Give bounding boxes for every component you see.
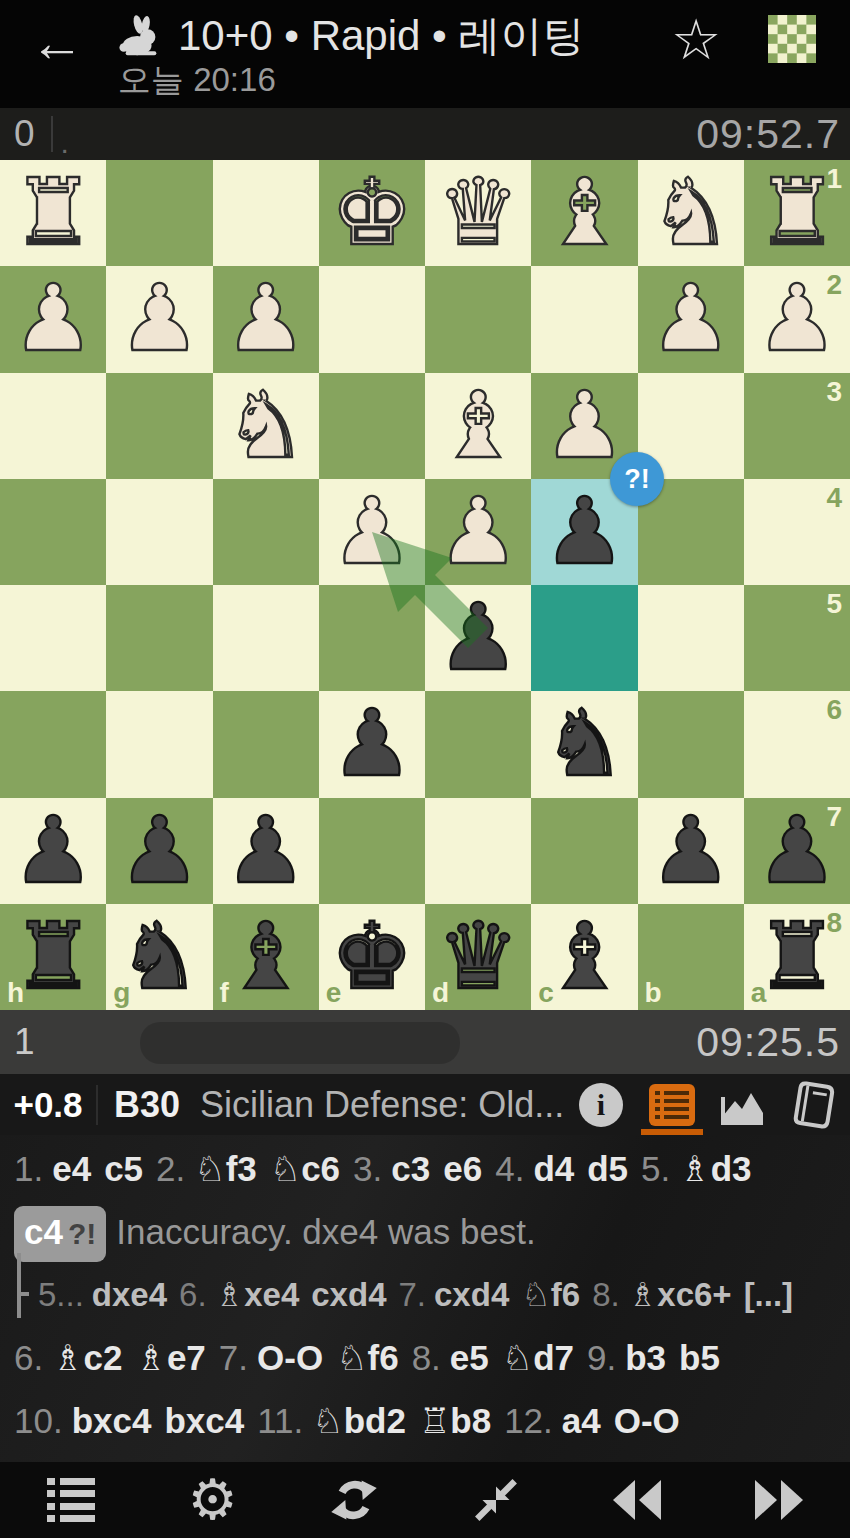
square-e1[interactable]: ♚ bbox=[319, 160, 425, 266]
fast-backward-icon[interactable] bbox=[602, 1470, 672, 1530]
square-g3[interactable] bbox=[106, 373, 212, 479]
move-number: 4. bbox=[495, 1149, 524, 1188]
move-token[interactable]: ♗xc6+ bbox=[628, 1276, 732, 1313]
move-token[interactable]: cxd4 bbox=[311, 1276, 386, 1313]
square-c2[interactable] bbox=[531, 266, 637, 372]
cycle-variations-icon[interactable] bbox=[319, 1470, 389, 1530]
book-icon bbox=[791, 1081, 837, 1129]
move-number: 1. bbox=[14, 1149, 43, 1188]
square-h5[interactable] bbox=[0, 585, 106, 691]
square-d1[interactable]: ♛ bbox=[425, 160, 531, 266]
square-f5[interactable] bbox=[213, 585, 319, 691]
file-label-e: e bbox=[326, 977, 342, 1009]
bottom-player-name: 1 bbox=[0, 1021, 35, 1063]
eval-chart-tab[interactable] bbox=[719, 1074, 767, 1135]
square-e2[interactable] bbox=[319, 266, 425, 372]
fast-forward-icon[interactable] bbox=[744, 1470, 814, 1530]
move-number: 6. bbox=[179, 1276, 207, 1313]
move-number: 7. bbox=[219, 1338, 248, 1377]
piece-black-pawn-h7[interactable]: ♟ bbox=[0, 798, 106, 904]
move-number: 3. bbox=[353, 1149, 382, 1188]
square-g5[interactable] bbox=[106, 585, 212, 691]
square-d8[interactable]: ♛d bbox=[425, 904, 531, 1010]
square-a7[interactable]: ♟7 bbox=[744, 798, 850, 904]
variation-line: 5...dxe46.♗xe4cxd47.cxd4♘f68.♗xc6+[...] bbox=[14, 1263, 840, 1326]
file-label-b: b bbox=[645, 977, 662, 1009]
rank-label-5: 5 bbox=[826, 588, 842, 620]
square-g8[interactable]: ♞g bbox=[106, 904, 212, 1010]
move-line: 10.bxc4bxc411.♘bd2♖b812.a4O-O bbox=[14, 1389, 840, 1452]
file-label-f: f bbox=[220, 977, 229, 1009]
file-label-d: d bbox=[432, 977, 449, 1009]
rank-label-7: 7 bbox=[826, 801, 842, 833]
piece-white-rook-h1[interactable]: ♜ bbox=[0, 160, 106, 266]
move-token[interactable]: d4 bbox=[533, 1149, 574, 1188]
file-label-g: g bbox=[113, 977, 130, 1009]
square-b7[interactable]: ♟ bbox=[638, 798, 744, 904]
move-token[interactable]: O-O bbox=[257, 1338, 323, 1377]
inaccuracy-badge: ?! bbox=[610, 452, 664, 506]
square-b8[interactable]: b bbox=[638, 904, 744, 1010]
chess-app-screen: ← 10+0 • Rapid • 레이팅 오늘 20:16 ☆ 0 . 09:5… bbox=[0, 0, 850, 1538]
move-number: 9. bbox=[587, 1338, 616, 1377]
piece-black-pawn-b7[interactable]: ♟ bbox=[638, 798, 744, 904]
app-bar: ← 10+0 • Rapid • 레이팅 오늘 20:16 ☆ bbox=[0, 0, 850, 108]
piece-black-pawn-f7[interactable]: ♟ bbox=[213, 798, 319, 904]
square-b6[interactable] bbox=[638, 691, 744, 797]
current-move-badge[interactable]: c4?! bbox=[14, 1206, 106, 1262]
piece-white-pawn-h2[interactable]: ♟ bbox=[0, 266, 106, 372]
move-token[interactable]: dxe4 bbox=[92, 1276, 167, 1313]
piece-white-pawn-e4[interactable]: ♟ bbox=[319, 479, 425, 585]
piece-white-queen-d1[interactable]: ♛ bbox=[425, 160, 531, 266]
square-d6[interactable] bbox=[425, 691, 531, 797]
square-e7[interactable] bbox=[319, 798, 425, 904]
move-token[interactable]: bxc4 bbox=[164, 1401, 244, 1440]
square-f8[interactable]: ♝f bbox=[213, 904, 319, 1010]
rank-label-2: 2 bbox=[826, 269, 842, 301]
square-f7[interactable]: ♟ bbox=[213, 798, 319, 904]
rank-label-8: 8 bbox=[826, 907, 842, 939]
move-number: 8. bbox=[592, 1276, 620, 1313]
move-line: c4?!Inaccuracy. dxe4 was best. bbox=[14, 1200, 840, 1263]
square-a6[interactable]: 6 bbox=[744, 691, 850, 797]
square-f3[interactable]: ♞ bbox=[213, 373, 319, 479]
engine-eval: +0.8 bbox=[0, 1085, 96, 1125]
name-divider bbox=[51, 116, 53, 152]
opening-name[interactable]: B30 Sicilian Defense: Old... bbox=[114, 1084, 577, 1126]
moves-list-tab[interactable] bbox=[648, 1074, 696, 1135]
move-token[interactable]: cxd4 bbox=[434, 1276, 509, 1313]
square-a1[interactable]: ♜1 bbox=[744, 160, 850, 266]
bottom-player-clock: 09:25.5 bbox=[696, 1019, 850, 1066]
move-token[interactable]: ♗xe4 bbox=[215, 1276, 300, 1313]
move-token[interactable]: ♗d3 bbox=[679, 1149, 751, 1188]
bottom-player-bar: 1 09:25.5 bbox=[0, 1010, 850, 1074]
move-line: 6.♗c2♗e77.O-O♘f68.e5♘d79.b3b5 bbox=[14, 1326, 840, 1389]
board: ♜♚♛♝♞♜1♟♟♟♟♟2♞♝♟3♟♟♟4♟5♟♞6♟♟♟♟♟7♜h♞g♝f♚e… bbox=[0, 160, 850, 1010]
square-d2[interactable] bbox=[425, 266, 531, 372]
piece-black-pawn-g7[interactable]: ♟ bbox=[106, 798, 212, 904]
square-g6[interactable] bbox=[106, 691, 212, 797]
square-f4[interactable] bbox=[213, 479, 319, 585]
piece-white-pawn-g2[interactable]: ♟ bbox=[106, 266, 212, 372]
piece-white-bishop-d3[interactable]: ♝ bbox=[425, 373, 531, 479]
move-number: 8. bbox=[412, 1338, 441, 1377]
piece-white-pawn-f2[interactable]: ♟ bbox=[213, 266, 319, 372]
move-token[interactable]: b3 bbox=[625, 1338, 666, 1377]
book-tab[interactable] bbox=[790, 1074, 838, 1135]
piece-white-bishop-c1[interactable]: ♝ bbox=[531, 160, 637, 266]
info-icon[interactable]: i bbox=[577, 1074, 625, 1135]
square-c5[interactable] bbox=[531, 585, 637, 691]
move-token[interactable]: O-O bbox=[614, 1401, 680, 1440]
move-token[interactable]: b5 bbox=[679, 1338, 720, 1377]
square-d4[interactable]: ♟ bbox=[425, 479, 531, 585]
square-d5[interactable]: ♟ bbox=[425, 585, 531, 691]
move-token[interactable]: e4 bbox=[52, 1149, 91, 1188]
move-number: 5... bbox=[38, 1276, 84, 1313]
piece-white-knight-b1[interactable]: ♞ bbox=[638, 160, 744, 266]
eval-chart-icon bbox=[719, 1083, 767, 1127]
board-thumbnail-icon[interactable] bbox=[768, 15, 816, 63]
piece-black-pawn-e6[interactable]: ♟ bbox=[319, 691, 425, 797]
menu-icon[interactable] bbox=[36, 1470, 106, 1530]
square-h1[interactable]: ♜ bbox=[0, 160, 106, 266]
piece-black-knight-c6[interactable]: ♞ bbox=[531, 691, 637, 797]
piece-black-pawn-d5[interactable]: ♟ bbox=[425, 585, 531, 691]
move-list: 1.e4c52.♘f3♘c63.c3e64.d4d55.♗d3c4?!Inacc… bbox=[0, 1135, 850, 1462]
move-token[interactable]: ♖b8 bbox=[419, 1401, 491, 1440]
square-d3[interactable]: ♝ bbox=[425, 373, 531, 479]
square-a4[interactable]: 4 bbox=[744, 479, 850, 585]
square-b1[interactable]: ♞ bbox=[638, 160, 744, 266]
settings-gear-icon[interactable]: ⚙ bbox=[177, 1470, 247, 1530]
game-title-row: 10+0 • Rapid • 레이팅 bbox=[118, 8, 584, 64]
opening-title: Sicilian Defense: Old... bbox=[200, 1084, 564, 1125]
square-h7[interactable]: ♟ bbox=[0, 798, 106, 904]
square-e5[interactable] bbox=[319, 585, 425, 691]
move-token[interactable]: e6 bbox=[443, 1149, 482, 1188]
collapse-icon[interactable] bbox=[461, 1470, 531, 1530]
analysis-bar: +0.8 B30 Sicilian Defense: Old... i bbox=[0, 1074, 850, 1135]
square-f2[interactable]: ♟ bbox=[213, 266, 319, 372]
square-c6[interactable]: ♞ bbox=[531, 691, 637, 797]
piece-white-pawn-d4[interactable]: ♟ bbox=[425, 479, 531, 585]
move-number: 11. bbox=[257, 1401, 303, 1440]
move-line: 1.e4c52.♘f3♘c63.c3e64.d4d55.♗d3 bbox=[14, 1137, 840, 1200]
opening-eco-code: B30 bbox=[114, 1084, 180, 1125]
top-player-dot: . bbox=[61, 126, 69, 160]
square-g1[interactable] bbox=[106, 160, 212, 266]
divider bbox=[96, 1085, 98, 1125]
square-f1[interactable] bbox=[213, 160, 319, 266]
piece-white-king-e1[interactable]: ♚ bbox=[319, 160, 425, 266]
square-h3[interactable] bbox=[0, 373, 106, 479]
file-label-h: h bbox=[7, 977, 24, 1009]
square-h2[interactable]: ♟ bbox=[0, 266, 106, 372]
move-token[interactable]: ♘c6 bbox=[270, 1149, 340, 1188]
bottom-toolbar: ⚙ bbox=[0, 1462, 850, 1538]
move-token[interactable]: a4 bbox=[562, 1401, 601, 1440]
square-a2[interactable]: ♟2 bbox=[744, 266, 850, 372]
move-token[interactable]: ♘f6 bbox=[336, 1338, 399, 1377]
square-c8[interactable]: ♝c bbox=[531, 904, 637, 1010]
top-player-clock: 09:52.7 bbox=[696, 111, 850, 158]
piece-white-pawn-b2[interactable]: ♟ bbox=[638, 266, 744, 372]
rank-label-4: 4 bbox=[826, 482, 842, 514]
file-label-c: c bbox=[538, 977, 554, 1009]
move-number: 7. bbox=[398, 1276, 426, 1313]
moves-list-icon bbox=[649, 1084, 695, 1126]
rank-label-6: 6 bbox=[826, 694, 842, 726]
move-number: 2. bbox=[156, 1149, 185, 1188]
move-token[interactable]: d5 bbox=[587, 1149, 628, 1188]
rank-label-1: 1 bbox=[826, 163, 842, 195]
blurred-name bbox=[140, 1022, 460, 1064]
square-h4[interactable] bbox=[0, 479, 106, 585]
back-button[interactable]: ← bbox=[22, 10, 92, 74]
move-token[interactable]: ♘d7 bbox=[502, 1338, 574, 1377]
square-g2[interactable]: ♟ bbox=[106, 266, 212, 372]
game-title: 10+0 • Rapid • 레이팅 bbox=[178, 8, 584, 64]
move-token[interactable]: bxc4 bbox=[72, 1401, 152, 1440]
favorite-star-icon[interactable]: ☆ bbox=[666, 8, 726, 72]
square-e8[interactable]: ♚e bbox=[319, 904, 425, 1010]
square-h8[interactable]: ♜h bbox=[0, 904, 106, 1010]
square-e6[interactable]: ♟ bbox=[319, 691, 425, 797]
square-a8[interactable]: ♜8a bbox=[744, 904, 850, 1010]
move-token[interactable]: ♘bd2 bbox=[312, 1401, 406, 1440]
square-b5[interactable] bbox=[638, 585, 744, 691]
square-c1[interactable]: ♝ bbox=[531, 160, 637, 266]
move-token[interactable]: [...] bbox=[744, 1276, 793, 1313]
piece-white-knight-f3[interactable]: ♞ bbox=[213, 373, 319, 479]
file-label-a: a bbox=[751, 977, 767, 1009]
rabbit-icon bbox=[118, 13, 164, 59]
move-token[interactable]: ♘f3 bbox=[194, 1149, 257, 1188]
top-player-bar: 0 . 09:52.7 bbox=[0, 108, 850, 160]
square-e4[interactable]: ♟ bbox=[319, 479, 425, 585]
square-e3[interactable] bbox=[319, 373, 425, 479]
square-f6[interactable] bbox=[213, 691, 319, 797]
move-number: 12. bbox=[504, 1401, 553, 1440]
square-g4[interactable] bbox=[106, 479, 212, 585]
move-token[interactable]: c3 bbox=[391, 1149, 430, 1188]
game-date: 오늘 20:16 bbox=[118, 58, 276, 103]
analysis-tabs: i bbox=[577, 1074, 850, 1135]
square-h6[interactable] bbox=[0, 691, 106, 797]
move-comment: Inaccuracy. dxe4 was best. bbox=[116, 1212, 536, 1251]
move-token[interactable]: ♘f6 bbox=[521, 1276, 580, 1313]
square-a5[interactable]: 5 bbox=[744, 585, 850, 691]
square-b2[interactable]: ♟ bbox=[638, 266, 744, 372]
square-c7[interactable] bbox=[531, 798, 637, 904]
top-player-name: 0 bbox=[0, 113, 35, 155]
rank-label-3: 3 bbox=[826, 376, 842, 408]
square-a3[interactable]: 3 bbox=[744, 373, 850, 479]
move-number: 5. bbox=[641, 1149, 670, 1188]
move-number: 10. bbox=[14, 1401, 63, 1440]
move-token[interactable]: c5 bbox=[104, 1149, 143, 1188]
move-number: 6. bbox=[14, 1338, 43, 1377]
move-token[interactable]: ♗e7 bbox=[136, 1338, 206, 1377]
move-token[interactable]: e5 bbox=[450, 1338, 489, 1377]
board-area: ♜♚♛♝♞♜1♟♟♟♟♟2♞♝♟3♟♟♟4♟5♟♞6♟♟♟♟♟7♜h♞g♝f♚e… bbox=[0, 160, 850, 1010]
square-g7[interactable]: ♟ bbox=[106, 798, 212, 904]
square-d7[interactable] bbox=[425, 798, 531, 904]
move-token[interactable]: ♗c2 bbox=[52, 1338, 122, 1377]
